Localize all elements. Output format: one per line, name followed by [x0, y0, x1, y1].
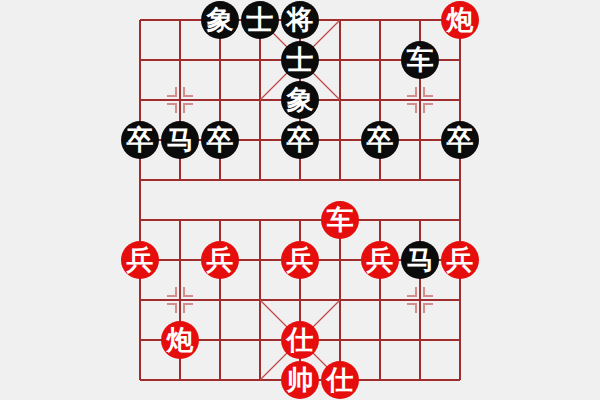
black-pawn[interactable]: 卒 [121, 121, 159, 159]
app-window: 象士将炮士车象卒马卒卒卒卒车兵兵兵兵马兵炮仕帅仕 [0, 0, 600, 400]
black-horse[interactable]: 马 [161, 121, 199, 159]
red-advisor[interactable]: 仕 [321, 361, 359, 399]
red-pawn[interactable]: 兵 [361, 241, 399, 279]
red-cannon[interactable]: 炮 [161, 321, 199, 359]
xiangqi-board[interactable]: 象士将炮士车象卒马卒卒卒卒车兵兵兵兵马兵炮仕帅仕 [0, 0, 600, 400]
black-pawn[interactable]: 卒 [361, 121, 399, 159]
black-advisor[interactable]: 士 [241, 1, 279, 39]
red-pawn[interactable]: 兵 [201, 241, 239, 279]
black-pawn[interactable]: 卒 [441, 121, 479, 159]
black-elephant[interactable]: 象 [281, 81, 319, 119]
red-general[interactable]: 帅 [281, 361, 319, 399]
black-pawn[interactable]: 卒 [281, 121, 319, 159]
black-pawn[interactable]: 卒 [201, 121, 239, 159]
red-pawn[interactable]: 兵 [281, 241, 319, 279]
red-pawn[interactable]: 兵 [121, 241, 159, 279]
pieces-layer: 象士将炮士车象卒马卒卒卒卒车兵兵兵兵马兵炮仕帅仕 [120, 0, 480, 400]
black-horse[interactable]: 马 [401, 241, 439, 279]
red-advisor[interactable]: 仕 [281, 321, 319, 359]
black-elephant[interactable]: 象 [201, 1, 239, 39]
red-pawn[interactable]: 兵 [441, 241, 479, 279]
black-general[interactable]: 将 [281, 1, 319, 39]
black-advisor[interactable]: 士 [281, 41, 319, 79]
black-chariot[interactable]: 车 [401, 41, 439, 79]
red-cannon[interactable]: 炮 [441, 1, 479, 39]
red-chariot[interactable]: 车 [321, 201, 359, 239]
